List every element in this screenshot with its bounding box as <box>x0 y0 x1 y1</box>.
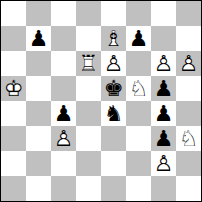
square-a8[interactable] <box>1 1 26 26</box>
square-c2[interactable] <box>51 151 76 176</box>
chessboard: ♟♝♗♟♜♖♟♙♟♙♟♙♚♔♚♞♘♟♟♞♟♟♙♟♞♘♟♙ <box>0 0 202 202</box>
square-g4[interactable]: ♟ <box>151 101 176 126</box>
square-h2[interactable] <box>176 151 201 176</box>
square-d1[interactable] <box>76 176 101 201</box>
square-e5[interactable]: ♚ <box>101 76 126 101</box>
black-pawn-icon: ♟ <box>26 26 51 51</box>
square-b1[interactable] <box>26 176 51 201</box>
square-f1[interactable] <box>126 176 151 201</box>
square-a6[interactable] <box>1 51 26 76</box>
square-d6[interactable]: ♜♖ <box>76 51 101 76</box>
square-f6[interactable] <box>126 51 151 76</box>
square-e7[interactable]: ♝♗ <box>101 26 126 51</box>
square-g1[interactable] <box>151 176 176 201</box>
square-f8[interactable] <box>126 1 151 26</box>
black-pawn-icon: ♟ <box>51 101 76 126</box>
square-c3[interactable]: ♟♙ <box>51 126 76 151</box>
square-g8[interactable] <box>151 1 176 26</box>
square-h7[interactable] <box>176 26 201 51</box>
white-pawn-icon: ♙ <box>176 51 201 76</box>
square-d4[interactable] <box>76 101 101 126</box>
square-a3[interactable] <box>1 126 26 151</box>
square-f5[interactable]: ♞♘ <box>126 76 151 101</box>
square-g7[interactable] <box>151 26 176 51</box>
white-pawn-icon: ♙ <box>101 51 126 76</box>
white-bishop-icon: ♗ <box>101 26 126 51</box>
white-king-icon: ♔ <box>1 76 26 101</box>
black-pawn-icon: ♟ <box>151 76 176 101</box>
square-b2[interactable] <box>26 151 51 176</box>
white-pawn-icon: ♙ <box>51 126 76 151</box>
white-knight-icon: ♘ <box>126 76 151 101</box>
black-pawn-icon: ♟ <box>151 126 176 151</box>
square-e6[interactable]: ♟♙ <box>101 51 126 76</box>
white-knight-icon: ♘ <box>176 126 201 151</box>
square-a2[interactable] <box>1 151 26 176</box>
square-e4[interactable]: ♞ <box>101 101 126 126</box>
square-a7[interactable] <box>1 26 26 51</box>
square-e2[interactable] <box>101 151 126 176</box>
square-d5[interactable] <box>76 76 101 101</box>
square-h6[interactable]: ♟♙ <box>176 51 201 76</box>
square-b8[interactable] <box>26 1 51 26</box>
square-f4[interactable] <box>126 101 151 126</box>
square-h1[interactable] <box>176 176 201 201</box>
square-c6[interactable] <box>51 51 76 76</box>
square-b5[interactable] <box>26 76 51 101</box>
black-knight-icon: ♞ <box>101 101 126 126</box>
square-f2[interactable] <box>126 151 151 176</box>
square-b7[interactable]: ♟ <box>26 26 51 51</box>
square-d7[interactable] <box>76 26 101 51</box>
square-e1[interactable] <box>101 176 126 201</box>
square-g2[interactable]: ♟♙ <box>151 151 176 176</box>
square-h4[interactable] <box>176 101 201 126</box>
square-f7[interactable]: ♟ <box>126 26 151 51</box>
square-d2[interactable] <box>76 151 101 176</box>
square-b4[interactable] <box>26 101 51 126</box>
white-pawn-icon: ♙ <box>151 151 176 176</box>
square-a4[interactable] <box>1 101 26 126</box>
square-a1[interactable] <box>1 176 26 201</box>
white-pawn-icon: ♙ <box>151 51 176 76</box>
square-a5[interactable]: ♚♔ <box>1 76 26 101</box>
square-g3[interactable]: ♟ <box>151 126 176 151</box>
black-pawn-icon: ♟ <box>126 26 151 51</box>
square-e8[interactable] <box>101 1 126 26</box>
black-pawn-icon: ♟ <box>151 101 176 126</box>
square-c7[interactable] <box>51 26 76 51</box>
square-g5[interactable]: ♟ <box>151 76 176 101</box>
square-b6[interactable] <box>26 51 51 76</box>
square-f3[interactable] <box>126 126 151 151</box>
square-c4[interactable]: ♟ <box>51 101 76 126</box>
square-d3[interactable] <box>76 126 101 151</box>
square-c1[interactable] <box>51 176 76 201</box>
square-c5[interactable] <box>51 76 76 101</box>
square-c8[interactable] <box>51 1 76 26</box>
white-rook-icon: ♖ <box>76 51 101 76</box>
square-h3[interactable]: ♞♘ <box>176 126 201 151</box>
square-e3[interactable] <box>101 126 126 151</box>
square-h8[interactable] <box>176 1 201 26</box>
square-d8[interactable] <box>76 1 101 26</box>
black-king-icon: ♚ <box>101 76 126 101</box>
square-h5[interactable] <box>176 76 201 101</box>
square-b3[interactable] <box>26 126 51 151</box>
square-g6[interactable]: ♟♙ <box>151 51 176 76</box>
